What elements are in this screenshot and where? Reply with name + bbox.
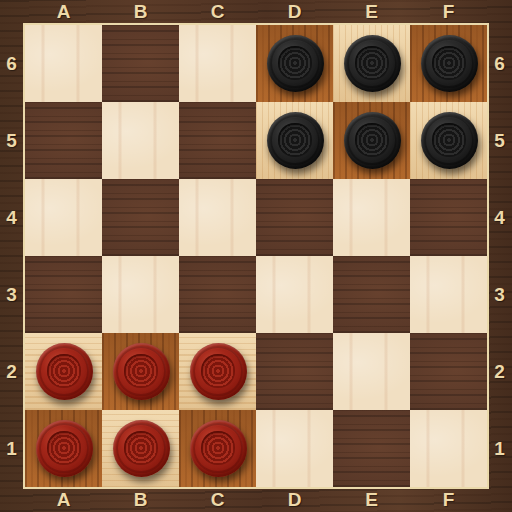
red-piece-c2[interactable] bbox=[190, 343, 247, 400]
square-b2[interactable] bbox=[102, 333, 179, 410]
square-f6[interactable] bbox=[410, 25, 487, 102]
file-label-bottom-a: A bbox=[25, 488, 102, 511]
red-piece-b1[interactable] bbox=[113, 420, 170, 477]
checkers-board-app: ABCDEF ABCDEF 654321 654321 bbox=[0, 0, 512, 512]
board-grid bbox=[23, 23, 489, 489]
square-a5[interactable] bbox=[25, 102, 102, 179]
file-label-bottom-e: E bbox=[333, 488, 410, 511]
rank-label-right-6: 6 bbox=[488, 25, 511, 102]
square-f5[interactable] bbox=[410, 102, 487, 179]
file-label-top-e: E bbox=[333, 0, 410, 23]
rank-label-left-1: 1 bbox=[0, 410, 23, 487]
file-label-bottom-d: D bbox=[256, 488, 333, 511]
rank-label-right-1: 1 bbox=[488, 410, 511, 487]
square-e3[interactable] bbox=[333, 256, 410, 333]
file-label-top-c: C bbox=[179, 0, 256, 23]
rank-label-right-5: 5 bbox=[488, 102, 511, 179]
square-c2[interactable] bbox=[179, 333, 256, 410]
red-piece-c1[interactable] bbox=[190, 420, 247, 477]
rank-labels-right: 654321 bbox=[488, 25, 511, 487]
square-b5[interactable] bbox=[102, 102, 179, 179]
rank-label-left-5: 5 bbox=[0, 102, 23, 179]
red-piece-a1[interactable] bbox=[36, 420, 93, 477]
square-a6[interactable] bbox=[25, 25, 102, 102]
rank-label-left-4: 4 bbox=[0, 179, 23, 256]
file-label-bottom-f: F bbox=[410, 488, 487, 511]
file-label-bottom-b: B bbox=[102, 488, 179, 511]
square-d2[interactable] bbox=[256, 333, 333, 410]
square-c1[interactable] bbox=[179, 410, 256, 487]
rank-label-left-2: 2 bbox=[0, 333, 23, 410]
file-label-bottom-c: C bbox=[179, 488, 256, 511]
square-e1[interactable] bbox=[333, 410, 410, 487]
square-a2[interactable] bbox=[25, 333, 102, 410]
square-f1[interactable] bbox=[410, 410, 487, 487]
square-c4[interactable] bbox=[179, 179, 256, 256]
square-b3[interactable] bbox=[102, 256, 179, 333]
square-c3[interactable] bbox=[179, 256, 256, 333]
black-piece-f6[interactable] bbox=[421, 35, 478, 92]
rank-label-right-2: 2 bbox=[488, 333, 511, 410]
square-f4[interactable] bbox=[410, 179, 487, 256]
black-piece-e5[interactable] bbox=[344, 112, 401, 169]
file-label-top-d: D bbox=[256, 0, 333, 23]
square-e5[interactable] bbox=[333, 102, 410, 179]
black-piece-e6[interactable] bbox=[344, 35, 401, 92]
square-d5[interactable] bbox=[256, 102, 333, 179]
rank-label-left-6: 6 bbox=[0, 25, 23, 102]
red-piece-b2[interactable] bbox=[113, 343, 170, 400]
square-f3[interactable] bbox=[410, 256, 487, 333]
square-b1[interactable] bbox=[102, 410, 179, 487]
file-labels-top: ABCDEF bbox=[25, 0, 487, 23]
square-a1[interactable] bbox=[25, 410, 102, 487]
file-label-top-b: B bbox=[102, 0, 179, 23]
square-d3[interactable] bbox=[256, 256, 333, 333]
file-label-top-f: F bbox=[410, 0, 487, 23]
red-piece-a2[interactable] bbox=[36, 343, 93, 400]
square-e6[interactable] bbox=[333, 25, 410, 102]
square-c5[interactable] bbox=[179, 102, 256, 179]
square-b4[interactable] bbox=[102, 179, 179, 256]
square-a3[interactable] bbox=[25, 256, 102, 333]
square-d1[interactable] bbox=[256, 410, 333, 487]
square-a4[interactable] bbox=[25, 179, 102, 256]
black-piece-f5[interactable] bbox=[421, 112, 478, 169]
file-label-top-a: A bbox=[25, 0, 102, 23]
square-d4[interactable] bbox=[256, 179, 333, 256]
black-piece-d5[interactable] bbox=[267, 112, 324, 169]
square-f2[interactable] bbox=[410, 333, 487, 410]
square-e2[interactable] bbox=[333, 333, 410, 410]
square-c6[interactable] bbox=[179, 25, 256, 102]
rank-label-left-3: 3 bbox=[0, 256, 23, 333]
square-e4[interactable] bbox=[333, 179, 410, 256]
rank-label-right-3: 3 bbox=[488, 256, 511, 333]
square-b6[interactable] bbox=[102, 25, 179, 102]
rank-labels-left: 654321 bbox=[0, 25, 23, 487]
file-labels-bottom: ABCDEF bbox=[25, 488, 487, 511]
rank-label-right-4: 4 bbox=[488, 179, 511, 256]
square-d6[interactable] bbox=[256, 25, 333, 102]
black-piece-d6[interactable] bbox=[267, 35, 324, 92]
